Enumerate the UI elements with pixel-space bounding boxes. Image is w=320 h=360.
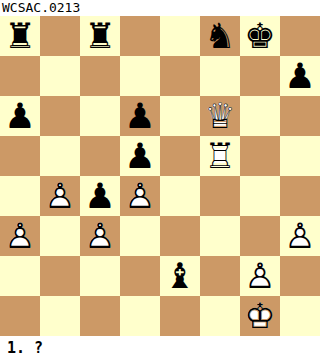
square-a7[interactable] [0, 56, 40, 96]
square-e8[interactable] [160, 16, 200, 56]
black-rook: ♜ [0, 16, 40, 56]
square-f4[interactable] [200, 176, 240, 216]
white-pawn: ♟♙ [80, 216, 120, 256]
square-g3[interactable] [240, 216, 280, 256]
black-rook: ♜ [80, 16, 120, 56]
square-c8[interactable]: ♜ [80, 16, 120, 56]
square-b4[interactable]: ♟♙ [40, 176, 80, 216]
square-d7[interactable] [120, 56, 160, 96]
white-pawn: ♟♙ [120, 176, 160, 216]
white-pawn: ♟♙ [0, 216, 40, 256]
square-d1[interactable] [120, 296, 160, 336]
square-h5[interactable] [280, 136, 320, 176]
black-pawn: ♟ [120, 136, 160, 176]
square-d6[interactable]: ♟ [120, 96, 160, 136]
square-b5[interactable] [40, 136, 80, 176]
square-g6[interactable] [240, 96, 280, 136]
square-d8[interactable] [120, 16, 160, 56]
square-c6[interactable] [80, 96, 120, 136]
square-g7[interactable] [240, 56, 280, 96]
square-g8[interactable]: ♚ [240, 16, 280, 56]
square-b6[interactable] [40, 96, 80, 136]
move-prompt: 1. ? [0, 336, 320, 360]
square-h4[interactable] [280, 176, 320, 216]
white-queen: ♛♕ [200, 96, 240, 136]
square-a2[interactable] [0, 256, 40, 296]
square-g4[interactable] [240, 176, 280, 216]
square-b1[interactable] [40, 296, 80, 336]
square-f7[interactable] [200, 56, 240, 96]
square-c5[interactable] [80, 136, 120, 176]
square-f5[interactable]: ♜♖ [200, 136, 240, 176]
white-pawn: ♟♙ [40, 176, 80, 216]
square-g1[interactable]: ♚♔ [240, 296, 280, 336]
square-e5[interactable] [160, 136, 200, 176]
square-f1[interactable] [200, 296, 240, 336]
square-a4[interactable] [0, 176, 40, 216]
square-f8[interactable]: ♞ [200, 16, 240, 56]
white-pawn: ♟♙ [240, 256, 280, 296]
black-pawn: ♟ [0, 96, 40, 136]
square-e7[interactable] [160, 56, 200, 96]
square-d5[interactable]: ♟ [120, 136, 160, 176]
square-d4[interactable]: ♟♙ [120, 176, 160, 216]
square-f3[interactable] [200, 216, 240, 256]
square-g5[interactable] [240, 136, 280, 176]
square-a5[interactable] [0, 136, 40, 176]
square-c1[interactable] [80, 296, 120, 336]
square-h2[interactable] [280, 256, 320, 296]
square-h3[interactable]: ♟♙ [280, 216, 320, 256]
white-pawn: ♟♙ [280, 216, 320, 256]
square-a6[interactable]: ♟ [0, 96, 40, 136]
square-e4[interactable] [160, 176, 200, 216]
square-c7[interactable] [80, 56, 120, 96]
square-d3[interactable] [120, 216, 160, 256]
black-pawn: ♟ [280, 56, 320, 96]
square-b2[interactable] [40, 256, 80, 296]
square-c2[interactable] [80, 256, 120, 296]
square-h8[interactable] [280, 16, 320, 56]
square-c3[interactable]: ♟♙ [80, 216, 120, 256]
square-e1[interactable] [160, 296, 200, 336]
black-pawn: ♟ [80, 176, 120, 216]
square-b7[interactable] [40, 56, 80, 96]
chess-diagram-window: WCSAC.0213 ♜♜♞♚♟♟♟♛♕♟♜♖♟♙♟♟♙♟♙♟♙♟♙♝♟♙♚♔ … [0, 0, 320, 360]
black-bishop: ♝ [160, 256, 200, 296]
square-e3[interactable] [160, 216, 200, 256]
square-b3[interactable] [40, 216, 80, 256]
square-e6[interactable] [160, 96, 200, 136]
square-a3[interactable]: ♟♙ [0, 216, 40, 256]
square-g2[interactable]: ♟♙ [240, 256, 280, 296]
black-pawn: ♟ [120, 96, 160, 136]
square-b8[interactable] [40, 16, 80, 56]
chess-board: ♜♜♞♚♟♟♟♛♕♟♜♖♟♙♟♟♙♟♙♟♙♟♙♝♟♙♚♔ [0, 16, 320, 336]
square-f6[interactable]: ♛♕ [200, 96, 240, 136]
white-king: ♚♔ [240, 296, 280, 336]
square-d2[interactable] [120, 256, 160, 296]
square-f2[interactable] [200, 256, 240, 296]
black-king: ♚ [240, 16, 280, 56]
page-title: WCSAC.0213 [0, 0, 320, 16]
square-h7[interactable]: ♟ [280, 56, 320, 96]
black-knight: ♞ [200, 16, 240, 56]
square-e2[interactable]: ♝ [160, 256, 200, 296]
square-h1[interactable] [280, 296, 320, 336]
square-a1[interactable] [0, 296, 40, 336]
square-a8[interactable]: ♜ [0, 16, 40, 56]
square-c4[interactable]: ♟ [80, 176, 120, 216]
white-rook: ♜♖ [200, 136, 240, 176]
square-h6[interactable] [280, 96, 320, 136]
